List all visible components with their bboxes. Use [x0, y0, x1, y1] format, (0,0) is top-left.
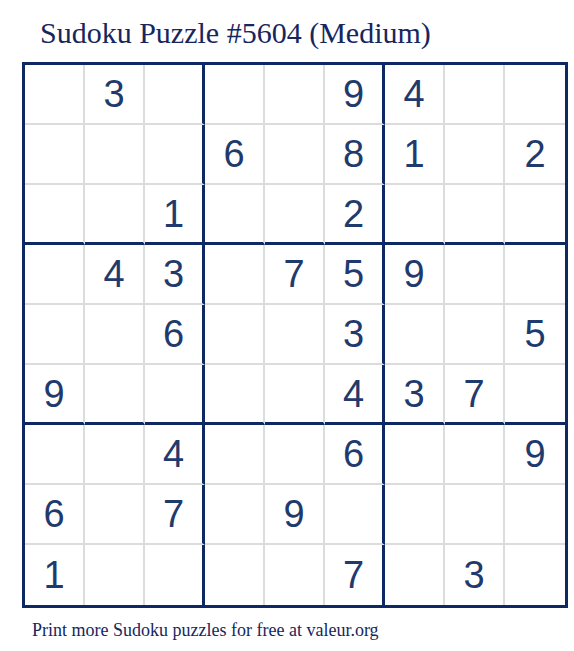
cell-r5c7[interactable]: [385, 305, 445, 365]
cell-r1c5[interactable]: [265, 65, 325, 125]
cell-r3c2[interactable]: [85, 185, 145, 245]
cell-r6c3[interactable]: [145, 365, 205, 425]
cell-r3c6[interactable]: 2: [325, 185, 385, 245]
cell-r1c3[interactable]: [145, 65, 205, 125]
cell-r2c5[interactable]: [265, 125, 325, 185]
cell-r7c5[interactable]: [265, 425, 325, 485]
cell-r2c4[interactable]: 6: [205, 125, 265, 185]
cell-r8c2[interactable]: [85, 485, 145, 545]
cell-r4c7[interactable]: 9: [385, 245, 445, 305]
cell-r7c2[interactable]: [85, 425, 145, 485]
cell-r9c2[interactable]: [85, 545, 145, 605]
cell-r1c1[interactable]: [25, 65, 85, 125]
cell-r7c9[interactable]: 9: [505, 425, 565, 485]
cell-r4c2[interactable]: 4: [85, 245, 145, 305]
cell-r3c8[interactable]: [445, 185, 505, 245]
cell-r6c5[interactable]: [265, 365, 325, 425]
cell-r8c5[interactable]: 9: [265, 485, 325, 545]
sudoku-page: Sudoku Puzzle #5604 (Medium) 39468121243…: [0, 0, 574, 651]
cell-r9c7[interactable]: [385, 545, 445, 605]
cell-r5c6[interactable]: 3: [325, 305, 385, 365]
cell-r9c6[interactable]: 7: [325, 545, 385, 605]
cell-r4c3[interactable]: 3: [145, 245, 205, 305]
cell-r1c7[interactable]: 4: [385, 65, 445, 125]
cell-r7c8[interactable]: [445, 425, 505, 485]
cell-r3c7[interactable]: [385, 185, 445, 245]
cell-r8c7[interactable]: [385, 485, 445, 545]
cell-r6c2[interactable]: [85, 365, 145, 425]
cell-r8c8[interactable]: [445, 485, 505, 545]
cell-r1c8[interactable]: [445, 65, 505, 125]
cell-r7c1[interactable]: [25, 425, 85, 485]
cell-r8c3[interactable]: 7: [145, 485, 205, 545]
cell-r1c6[interactable]: 9: [325, 65, 385, 125]
cell-r7c7[interactable]: [385, 425, 445, 485]
cell-r9c3[interactable]: [145, 545, 205, 605]
cell-r9c1[interactable]: 1: [25, 545, 85, 605]
cell-r8c6[interactable]: [325, 485, 385, 545]
cell-r9c4[interactable]: [205, 545, 265, 605]
cell-r4c4[interactable]: [205, 245, 265, 305]
cell-r9c8[interactable]: 3: [445, 545, 505, 605]
cell-r5c3[interactable]: 6: [145, 305, 205, 365]
cell-r5c4[interactable]: [205, 305, 265, 365]
cell-r4c1[interactable]: [25, 245, 85, 305]
cell-r3c4[interactable]: [205, 185, 265, 245]
cell-r3c1[interactable]: [25, 185, 85, 245]
cell-r2c9[interactable]: 2: [505, 125, 565, 185]
cell-r5c9[interactable]: 5: [505, 305, 565, 365]
cell-r3c5[interactable]: [265, 185, 325, 245]
cell-r3c3[interactable]: 1: [145, 185, 205, 245]
cell-r5c1[interactable]: [25, 305, 85, 365]
cell-r9c5[interactable]: [265, 545, 325, 605]
cell-r7c4[interactable]: [205, 425, 265, 485]
cell-r2c1[interactable]: [25, 125, 85, 185]
page-title: Sudoku Puzzle #5604 (Medium): [40, 16, 431, 50]
cell-r1c4[interactable]: [205, 65, 265, 125]
cell-r2c3[interactable]: [145, 125, 205, 185]
cell-r2c7[interactable]: 1: [385, 125, 445, 185]
cell-r6c4[interactable]: [205, 365, 265, 425]
cell-r6c8[interactable]: 7: [445, 365, 505, 425]
cell-r3c9[interactable]: [505, 185, 565, 245]
cell-r8c1[interactable]: 6: [25, 485, 85, 545]
sudoku-board: 394681212437596359437469679173: [22, 62, 568, 608]
cell-r4c8[interactable]: [445, 245, 505, 305]
cell-r4c9[interactable]: [505, 245, 565, 305]
cell-r8c9[interactable]: [505, 485, 565, 545]
cell-r7c3[interactable]: 4: [145, 425, 205, 485]
cell-r5c2[interactable]: [85, 305, 145, 365]
cell-r6c6[interactable]: 4: [325, 365, 385, 425]
cell-r2c6[interactable]: 8: [325, 125, 385, 185]
cell-r8c4[interactable]: [205, 485, 265, 545]
cell-r2c8[interactable]: [445, 125, 505, 185]
cell-r9c9[interactable]: [505, 545, 565, 605]
cell-r6c9[interactable]: [505, 365, 565, 425]
cell-r2c2[interactable]: [85, 125, 145, 185]
cell-r6c7[interactable]: 3: [385, 365, 445, 425]
cell-r1c9[interactable]: [505, 65, 565, 125]
cell-r5c8[interactable]: [445, 305, 505, 365]
cell-r5c5[interactable]: [265, 305, 325, 365]
cell-r6c1[interactable]: 9: [25, 365, 85, 425]
footer-text: Print more Sudoku puzzles for free at va…: [32, 620, 379, 641]
cell-r1c2[interactable]: 3: [85, 65, 145, 125]
cell-r7c6[interactable]: 6: [325, 425, 385, 485]
cell-r4c6[interactable]: 5: [325, 245, 385, 305]
cell-r4c5[interactable]: 7: [265, 245, 325, 305]
